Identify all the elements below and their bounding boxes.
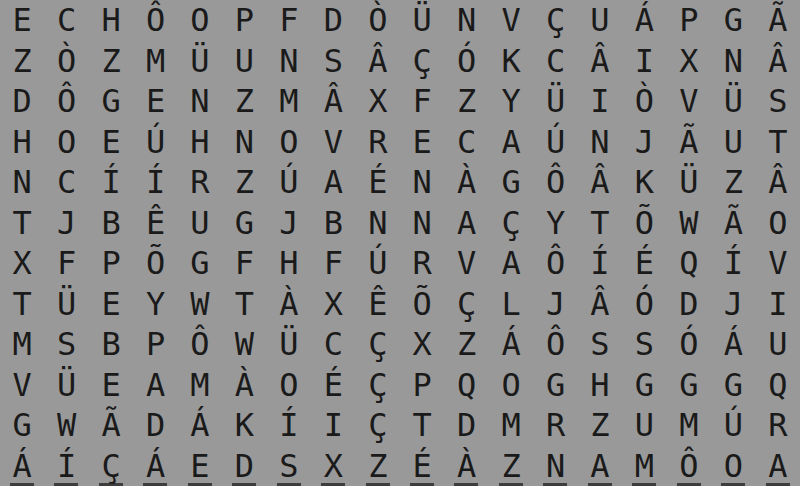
grid-cell[interactable]: I — [578, 81, 622, 122]
grid-cell[interactable]: É — [400, 446, 444, 486]
grid-cell[interactable]: O — [267, 122, 311, 163]
grid-cell[interactable]: Ú — [267, 162, 311, 203]
grid-cell[interactable]: F — [222, 243, 266, 284]
grid-cell[interactable]: D — [0, 81, 44, 122]
grid-cell[interactable]: O — [178, 0, 222, 41]
grid-cell[interactable]: Ê — [356, 284, 400, 325]
grid-cell[interactable]: H — [267, 243, 311, 284]
grid-cell[interactable]: Y — [133, 284, 177, 325]
grid-cell[interactable]: W — [44, 405, 88, 446]
grid-cell[interactable]: Ç — [533, 0, 577, 41]
grid-cell[interactable]: T — [756, 122, 800, 163]
grid-cell[interactable]: Ó — [444, 41, 488, 82]
grid-cell[interactable]: R — [178, 162, 222, 203]
grid-cell[interactable]: Ó — [667, 324, 711, 365]
grid-cell[interactable]: R — [356, 122, 400, 163]
grid-cell[interactable]: Ô — [667, 446, 711, 486]
grid-cell[interactable]: N — [444, 0, 488, 41]
grid-cell[interactable]: À — [267, 284, 311, 325]
grid-cell[interactable]: A — [311, 162, 355, 203]
grid-cell[interactable]: Ô — [533, 324, 577, 365]
grid-cell[interactable]: Z — [444, 81, 488, 122]
grid-cell[interactable]: Á — [133, 446, 177, 486]
grid-cell[interactable]: Ò — [622, 81, 666, 122]
grid-cell[interactable]: Ú — [533, 122, 577, 163]
grid-cell[interactable]: V — [667, 81, 711, 122]
grid-cell[interactable]: J — [267, 203, 311, 244]
grid-cell[interactable]: Ü — [44, 284, 88, 325]
grid-cell[interactable]: D — [222, 446, 266, 486]
grid-cell[interactable]: N — [267, 41, 311, 82]
grid-cell[interactable]: Â — [756, 41, 800, 82]
grid-cell[interactable]: V — [756, 243, 800, 284]
grid-cell[interactable]: I — [311, 405, 355, 446]
grid-cell[interactable]: N — [400, 162, 444, 203]
grid-cell[interactable]: R — [400, 243, 444, 284]
grid-cell[interactable]: Ô — [533, 243, 577, 284]
grid-cell[interactable]: U — [222, 41, 266, 82]
grid-cell[interactable]: E — [89, 284, 133, 325]
grid-cell[interactable]: T — [400, 405, 444, 446]
grid-cell[interactable]: F — [267, 0, 311, 41]
grid-cell[interactable]: Á — [622, 0, 666, 41]
grid-cell[interactable]: J — [622, 122, 666, 163]
grid-cell[interactable]: Ç — [489, 203, 533, 244]
grid-cell[interactable]: Í — [44, 446, 88, 486]
grid-cell[interactable]: Ô — [533, 162, 577, 203]
grid-cell[interactable]: P — [400, 365, 444, 406]
grid-cell[interactable]: H — [178, 122, 222, 163]
grid-cell[interactable]: W — [667, 203, 711, 244]
grid-cell[interactable]: A — [489, 243, 533, 284]
grid-cell[interactable]: Z — [0, 41, 44, 82]
grid-cell[interactable]: V — [311, 122, 355, 163]
grid-cell[interactable]: C — [44, 0, 88, 41]
grid-cell[interactable]: Ò — [356, 0, 400, 41]
grid-cell[interactable]: M — [0, 324, 44, 365]
grid-cell[interactable]: E — [89, 122, 133, 163]
grid-cell[interactable]: Ô — [44, 81, 88, 122]
grid-cell[interactable]: S — [578, 324, 622, 365]
grid-cell[interactable]: Õ — [133, 243, 177, 284]
grid-cell[interactable]: É — [311, 365, 355, 406]
grid-cell[interactable]: Á — [0, 446, 44, 486]
grid-cell[interactable]: K — [489, 41, 533, 82]
grid-cell[interactable]: G — [533, 365, 577, 406]
grid-cell[interactable]: U — [756, 324, 800, 365]
grid-cell[interactable]: Ç — [356, 365, 400, 406]
grid-cell[interactable]: U — [178, 203, 222, 244]
grid-cell[interactable]: X — [311, 446, 355, 486]
grid-cell[interactable]: N — [356, 203, 400, 244]
grid-cell[interactable]: D — [667, 284, 711, 325]
grid-cell[interactable]: R — [533, 405, 577, 446]
grid-cell[interactable]: Í — [267, 405, 311, 446]
grid-cell[interactable]: Â — [578, 284, 622, 325]
word-search-grid: ECHÔOPFDÒÜNVÇUÁPGÃZÒZMÜUNSÂÇÓKCÂIXNÂDÔGE… — [0, 0, 800, 486]
grid-cell[interactable]: Í — [133, 162, 177, 203]
grid-cell[interactable]: T — [0, 284, 44, 325]
grid-cell[interactable]: X — [0, 243, 44, 284]
grid-cell[interactable]: F — [400, 81, 444, 122]
grid-cell[interactable]: O — [489, 365, 533, 406]
grid-cell[interactable]: N — [578, 122, 622, 163]
grid-cell[interactable]: N — [222, 122, 266, 163]
grid-cell[interactable]: Z — [89, 41, 133, 82]
grid-cell[interactable]: Ü — [711, 81, 755, 122]
grid-cell[interactable]: A — [578, 446, 622, 486]
grid-cell[interactable]: Q — [756, 365, 800, 406]
grid-cell[interactable]: M — [622, 446, 666, 486]
grid-cell[interactable]: É — [622, 243, 666, 284]
grid-cell[interactable]: P — [133, 324, 177, 365]
grid-cell[interactable]: Ü — [178, 41, 222, 82]
grid-cell[interactable]: Z — [222, 162, 266, 203]
grid-cell[interactable]: N — [400, 203, 444, 244]
grid-cell[interactable]: X — [667, 41, 711, 82]
word-search-board: ECHÔOPFDÒÜNVÇUÁPGÃZÒZMÜUNSÂÇÓKCÂIXNÂDÔGE… — [0, 0, 800, 486]
grid-cell[interactable]: Ô — [178, 324, 222, 365]
grid-cell[interactable]: Ã — [756, 0, 800, 41]
grid-cell[interactable]: T — [0, 203, 44, 244]
grid-cell[interactable]: Ô — [133, 0, 177, 41]
grid-cell[interactable]: Z — [222, 81, 266, 122]
grid-cell[interactable]: Z — [489, 446, 533, 486]
grid-cell[interactable]: Í — [711, 243, 755, 284]
grid-cell[interactable]: F — [311, 243, 355, 284]
grid-cell[interactable]: O — [756, 203, 800, 244]
grid-cell[interactable]: O — [711, 446, 755, 486]
grid-cell[interactable]: Q — [444, 365, 488, 406]
grid-cell[interactable]: C — [311, 324, 355, 365]
grid-cell[interactable]: S — [756, 81, 800, 122]
grid-cell[interactable]: O — [44, 122, 88, 163]
grid-cell[interactable]: V — [444, 243, 488, 284]
grid-cell[interactable]: G — [711, 0, 755, 41]
grid-cell[interactable]: E — [89, 365, 133, 406]
grid-cell[interactable]: G — [89, 81, 133, 122]
grid-cell[interactable]: Ú — [356, 243, 400, 284]
grid-cell[interactable]: M — [667, 405, 711, 446]
grid-cell[interactable]: Ü — [400, 0, 444, 41]
grid-cell[interactable]: M — [178, 365, 222, 406]
grid-cell[interactable]: D — [133, 405, 177, 446]
grid-cell[interactable]: V — [489, 0, 533, 41]
grid-cell[interactable]: U — [622, 405, 666, 446]
grid-cell[interactable]: Á — [489, 324, 533, 365]
grid-cell[interactable]: Ç — [356, 324, 400, 365]
grid-cell[interactable]: M — [267, 81, 311, 122]
grid-cell[interactable]: T — [578, 203, 622, 244]
grid-cell[interactable]: E — [0, 0, 44, 41]
grid-cell[interactable]: Ü — [267, 324, 311, 365]
grid-cell[interactable]: S — [267, 446, 311, 486]
grid-cell[interactable]: A — [489, 122, 533, 163]
grid-cell[interactable]: F — [44, 243, 88, 284]
grid-cell[interactable]: J — [44, 203, 88, 244]
grid-cell[interactable]: G — [667, 365, 711, 406]
grid-cell[interactable]: S — [311, 41, 355, 82]
grid-cell[interactable]: A — [756, 446, 800, 486]
grid-cell[interactable]: Õ — [622, 203, 666, 244]
grid-cell[interactable]: J — [711, 284, 755, 325]
grid-cell[interactable]: E — [178, 446, 222, 486]
grid-cell[interactable]: Z — [711, 162, 755, 203]
grid-cell[interactable]: I — [756, 284, 800, 325]
grid-cell[interactable]: H — [578, 365, 622, 406]
grid-cell[interactable]: P — [89, 243, 133, 284]
grid-cell[interactable]: H — [89, 0, 133, 41]
grid-cell[interactable]: E — [133, 81, 177, 122]
grid-cell[interactable]: K — [222, 405, 266, 446]
grid-cell[interactable]: Ê — [133, 203, 177, 244]
grid-cell[interactable]: Ç — [89, 446, 133, 486]
grid-cell[interactable]: Z — [578, 405, 622, 446]
grid-cell[interactable]: G — [622, 365, 666, 406]
grid-cell[interactable]: G — [0, 405, 44, 446]
grid-cell[interactable]: N — [0, 162, 44, 203]
grid-cell[interactable]: Ü — [533, 81, 577, 122]
grid-cell[interactable]: N — [533, 446, 577, 486]
grid-cell[interactable]: G — [222, 203, 266, 244]
grid-cell[interactable]: N — [178, 81, 222, 122]
grid-cell[interactable]: Q — [667, 243, 711, 284]
grid-cell[interactable]: M — [133, 41, 177, 82]
grid-cell[interactable]: O — [267, 365, 311, 406]
grid-cell[interactable]: M — [489, 405, 533, 446]
grid-cell[interactable]: Y — [533, 203, 577, 244]
grid-cell[interactable]: Ã — [667, 122, 711, 163]
grid-cell[interactable]: I — [622, 41, 666, 82]
grid-cell[interactable]: X — [356, 81, 400, 122]
grid-cell[interactable]: Ç — [400, 41, 444, 82]
grid-cell[interactable]: U — [711, 122, 755, 163]
grid-cell[interactable]: Ú — [711, 405, 755, 446]
grid-cell[interactable]: Z — [444, 324, 488, 365]
grid-cell[interactable]: Ç — [444, 284, 488, 325]
grid-cell[interactable]: Ü — [667, 162, 711, 203]
grid-cell[interactable]: B — [89, 203, 133, 244]
grid-cell[interactable]: G — [178, 243, 222, 284]
grid-cell[interactable]: L — [489, 284, 533, 325]
grid-cell[interactable]: Ü — [44, 365, 88, 406]
grid-cell[interactable]: Ó — [622, 284, 666, 325]
grid-cell[interactable]: H — [0, 122, 44, 163]
grid-cell[interactable]: A — [133, 365, 177, 406]
grid-cell[interactable]: P — [222, 0, 266, 41]
grid-cell[interactable]: W — [178, 284, 222, 325]
grid-cell[interactable]: E — [400, 122, 444, 163]
grid-cell[interactable]: Â — [756, 162, 800, 203]
grid-cell[interactable]: K — [622, 162, 666, 203]
grid-cell[interactable]: J — [533, 284, 577, 325]
grid-cell[interactable]: B — [89, 324, 133, 365]
grid-cell[interactable]: Í — [89, 162, 133, 203]
grid-cell[interactable]: R — [756, 405, 800, 446]
grid-cell[interactable]: Â — [356, 41, 400, 82]
grid-cell[interactable]: Y — [489, 81, 533, 122]
grid-cell[interactable]: Z — [356, 446, 400, 486]
grid-cell[interactable]: W — [222, 324, 266, 365]
grid-cell[interactable]: À — [222, 365, 266, 406]
grid-cell[interactable]: Â — [578, 41, 622, 82]
grid-cell[interactable]: Ç — [356, 405, 400, 446]
grid-cell[interactable]: Í — [578, 243, 622, 284]
grid-cell[interactable]: É — [356, 162, 400, 203]
grid-cell[interactable]: G — [711, 365, 755, 406]
grid-cell[interactable]: S — [622, 324, 666, 365]
grid-cell[interactable]: Ò — [44, 41, 88, 82]
grid-cell[interactable]: S — [44, 324, 88, 365]
grid-cell[interactable]: U — [578, 0, 622, 41]
grid-cell[interactable]: Â — [311, 81, 355, 122]
grid-cell[interactable]: À — [444, 162, 488, 203]
grid-cell[interactable]: Õ — [400, 284, 444, 325]
grid-cell[interactable]: C — [533, 41, 577, 82]
grid-cell[interactable]: Á — [711, 324, 755, 365]
grid-cell[interactable]: P — [667, 0, 711, 41]
grid-cell[interactable]: Ã — [711, 203, 755, 244]
grid-cell[interactable]: V — [0, 365, 44, 406]
grid-cell[interactable]: Á — [178, 405, 222, 446]
grid-cell[interactable]: D — [311, 0, 355, 41]
grid-cell[interactable]: G — [489, 162, 533, 203]
grid-cell[interactable]: X — [311, 284, 355, 325]
grid-cell[interactable]: D — [444, 405, 488, 446]
grid-cell[interactable]: Ã — [89, 405, 133, 446]
grid-cell[interactable]: C — [444, 122, 488, 163]
grid-cell[interactable]: C — [44, 162, 88, 203]
grid-cell[interactable]: X — [400, 324, 444, 365]
grid-cell[interactable]: T — [222, 284, 266, 325]
grid-cell[interactable]: A — [444, 203, 488, 244]
grid-cell[interactable]: Ú — [133, 122, 177, 163]
grid-cell[interactable]: À — [444, 446, 488, 486]
grid-cell[interactable]: B — [311, 203, 355, 244]
grid-cell[interactable]: N — [711, 41, 755, 82]
grid-cell[interactable]: Â — [578, 162, 622, 203]
